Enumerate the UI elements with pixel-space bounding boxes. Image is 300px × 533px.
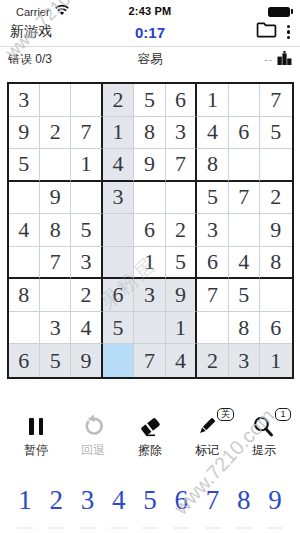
game-info-bar: 错误 0/3 容易 -- bbox=[0, 47, 300, 67]
cell-r8c7[interactable] bbox=[197, 312, 228, 345]
cell-r7c5[interactable]: 3 bbox=[134, 279, 165, 312]
hint-count-badge: 1 bbox=[275, 408, 291, 421]
cell-r6c1[interactable] bbox=[9, 247, 40, 280]
cell-r7c8[interactable]: 5 bbox=[229, 279, 260, 312]
cell-r6c7[interactable]: 6 bbox=[197, 247, 228, 280]
cell-r6c2[interactable]: 7 bbox=[40, 247, 71, 280]
cell-r6c8[interactable]: 4 bbox=[229, 247, 260, 280]
cell-r1c3[interactable] bbox=[71, 84, 102, 117]
sudoku-board: 3256179271834655149789357248562397315648… bbox=[7, 82, 294, 379]
magnifier-icon bbox=[252, 413, 276, 439]
numpad-6[interactable]: 6 bbox=[170, 485, 192, 516]
cell-r1c1[interactable]: 3 bbox=[9, 84, 40, 117]
cell-r9c9[interactable]: 1 bbox=[260, 344, 291, 377]
numpad-9[interactable]: 9 bbox=[264, 485, 286, 516]
cell-r4c6[interactable] bbox=[166, 182, 197, 215]
cell-r7c6[interactable]: 9 bbox=[166, 279, 197, 312]
battery-icon bbox=[268, 7, 290, 17]
cell-r2c4[interactable]: 1 bbox=[103, 117, 134, 150]
erase-button[interactable]: 擦除 bbox=[132, 413, 168, 459]
cell-r5c1[interactable]: 4 bbox=[9, 214, 40, 247]
cell-r9c6[interactable]: 4 bbox=[166, 344, 197, 377]
cell-r3c8[interactable] bbox=[229, 149, 260, 182]
cell-r8c3[interactable]: 4 bbox=[71, 312, 102, 345]
numpad-8[interactable]: 8 bbox=[233, 485, 255, 516]
clock: 2:43 PM bbox=[0, 5, 300, 17]
cell-r5c7[interactable]: 3 bbox=[197, 214, 228, 247]
cell-r3c1[interactable]: 5 bbox=[9, 149, 40, 182]
cell-r3c4[interactable]: 4 bbox=[103, 149, 134, 182]
cell-r4c3[interactable] bbox=[71, 182, 102, 215]
cell-r8c6[interactable]: 1 bbox=[166, 312, 197, 345]
cell-r9c7[interactable]: 2 bbox=[197, 344, 228, 377]
cell-r2c5[interactable]: 8 bbox=[134, 117, 165, 150]
numpad-1[interactable]: 1 bbox=[14, 485, 36, 516]
cell-r2c1[interactable]: 9 bbox=[9, 117, 40, 150]
cell-r5c2[interactable]: 8 bbox=[40, 214, 71, 247]
cell-r1c2[interactable] bbox=[40, 84, 71, 117]
cell-r4c1[interactable] bbox=[9, 182, 40, 215]
cell-r1c5[interactable]: 5 bbox=[134, 84, 165, 117]
numpad-3[interactable]: 3 bbox=[77, 485, 99, 516]
cell-r7c3[interactable]: 2 bbox=[71, 279, 102, 312]
cell-r9c4[interactable] bbox=[103, 344, 134, 377]
numpad-2[interactable]: 2 bbox=[45, 485, 67, 516]
cell-r1c8[interactable] bbox=[229, 84, 260, 117]
numpad-7[interactable]: 7 bbox=[202, 485, 224, 516]
cell-r5c8[interactable] bbox=[229, 214, 260, 247]
cell-r8c2[interactable]: 3 bbox=[40, 312, 71, 345]
cell-r6c3[interactable]: 3 bbox=[71, 247, 102, 280]
cell-r4c8[interactable]: 7 bbox=[229, 182, 260, 215]
cell-r9c1[interactable]: 6 bbox=[9, 344, 40, 377]
cell-r6c6[interactable]: 5 bbox=[166, 247, 197, 280]
cell-r3c3[interactable]: 1 bbox=[71, 149, 102, 182]
pause-icon bbox=[29, 413, 43, 439]
pencil-icon bbox=[195, 413, 219, 439]
cell-r9c2[interactable]: 5 bbox=[40, 344, 71, 377]
number-pad: 1 2 3 4 5 6 7 8 9 bbox=[14, 485, 286, 516]
cell-r2c8[interactable]: 6 bbox=[229, 117, 260, 150]
cell-r1c7[interactable]: 1 bbox=[197, 84, 228, 117]
cell-r7c2[interactable] bbox=[40, 279, 71, 312]
cell-r3c2[interactable] bbox=[40, 149, 71, 182]
cell-r9c3[interactable]: 9 bbox=[71, 344, 102, 377]
hint-button[interactable]: 1 提示 bbox=[246, 413, 282, 459]
cell-r2c7[interactable]: 4 bbox=[197, 117, 228, 150]
cell-r3c9[interactable] bbox=[260, 149, 291, 182]
header: 新游戏 0:17 bbox=[0, 20, 300, 42]
cell-r6c4[interactable] bbox=[103, 247, 134, 280]
notes-button[interactable]: 关 标记 bbox=[189, 413, 225, 459]
difficulty-label: 容易 bbox=[0, 51, 300, 68]
cell-r1c6[interactable]: 6 bbox=[166, 84, 197, 117]
cell-r5c5[interactable]: 6 bbox=[134, 214, 165, 247]
cell-r8c8[interactable]: 8 bbox=[229, 312, 260, 345]
cell-r8c9[interactable]: 6 bbox=[260, 312, 291, 345]
cell-r8c5[interactable] bbox=[134, 312, 165, 345]
cell-r6c9[interactable]: 8 bbox=[260, 247, 291, 280]
cell-r4c2[interactable]: 9 bbox=[40, 182, 71, 215]
sudoku-app: Carrier 2:43 PM 新游戏 0:17 错 bbox=[0, 0, 300, 533]
cell-r4c9[interactable]: 2 bbox=[260, 182, 291, 215]
cell-r9c8[interactable]: 3 bbox=[229, 344, 260, 377]
undo-icon bbox=[81, 413, 105, 439]
cell-r7c9[interactable] bbox=[260, 279, 291, 312]
cell-r4c7[interactable]: 5 bbox=[197, 182, 228, 215]
pause-button[interactable]: 暂停 bbox=[18, 413, 54, 459]
cell-r5c3[interactable]: 5 bbox=[71, 214, 102, 247]
eraser-icon bbox=[138, 413, 162, 439]
status-bar: Carrier 2:43 PM bbox=[0, 0, 300, 20]
timer: 0:17 bbox=[0, 24, 300, 41]
notes-toggle-badge: 关 bbox=[217, 408, 234, 421]
cell-r1c4[interactable]: 2 bbox=[103, 84, 134, 117]
cell-r5c4[interactable] bbox=[103, 214, 134, 247]
cell-r7c4[interactable]: 6 bbox=[103, 279, 134, 312]
cell-r5c9[interactable]: 9 bbox=[260, 214, 291, 247]
cell-r8c4[interactable]: 5 bbox=[103, 312, 134, 345]
cell-r4c4[interactable]: 3 bbox=[103, 182, 134, 215]
cell-r7c7[interactable]: 7 bbox=[197, 279, 228, 312]
cell-r8c1[interactable] bbox=[9, 312, 40, 345]
numpad-5[interactable]: 5 bbox=[139, 485, 161, 516]
numpad-4[interactable]: 4 bbox=[108, 485, 130, 516]
cell-r1c9[interactable]: 7 bbox=[260, 84, 291, 117]
cell-r4c5[interactable] bbox=[134, 182, 165, 215]
cell-r2c2[interactable]: 2 bbox=[40, 117, 71, 150]
cell-r7c1[interactable]: 8 bbox=[9, 279, 40, 312]
cell-r3c7[interactable]: 8 bbox=[197, 149, 228, 182]
cell-r3c5[interactable]: 9 bbox=[134, 149, 165, 182]
cell-r2c6[interactable]: 3 bbox=[166, 117, 197, 150]
cell-r9c5[interactable]: 7 bbox=[134, 344, 165, 377]
cell-r3c6[interactable]: 7 bbox=[166, 149, 197, 182]
cell-r2c9[interactable]: 5 bbox=[260, 117, 291, 150]
cell-r6c5[interactable]: 1 bbox=[134, 247, 165, 280]
undo-button[interactable]: 回退 bbox=[75, 413, 111, 459]
toolbar: 暂停 回退 擦除 bbox=[0, 413, 300, 459]
cell-r5c6[interactable]: 2 bbox=[166, 214, 197, 247]
cell-r2c3[interactable]: 7 bbox=[71, 117, 102, 150]
